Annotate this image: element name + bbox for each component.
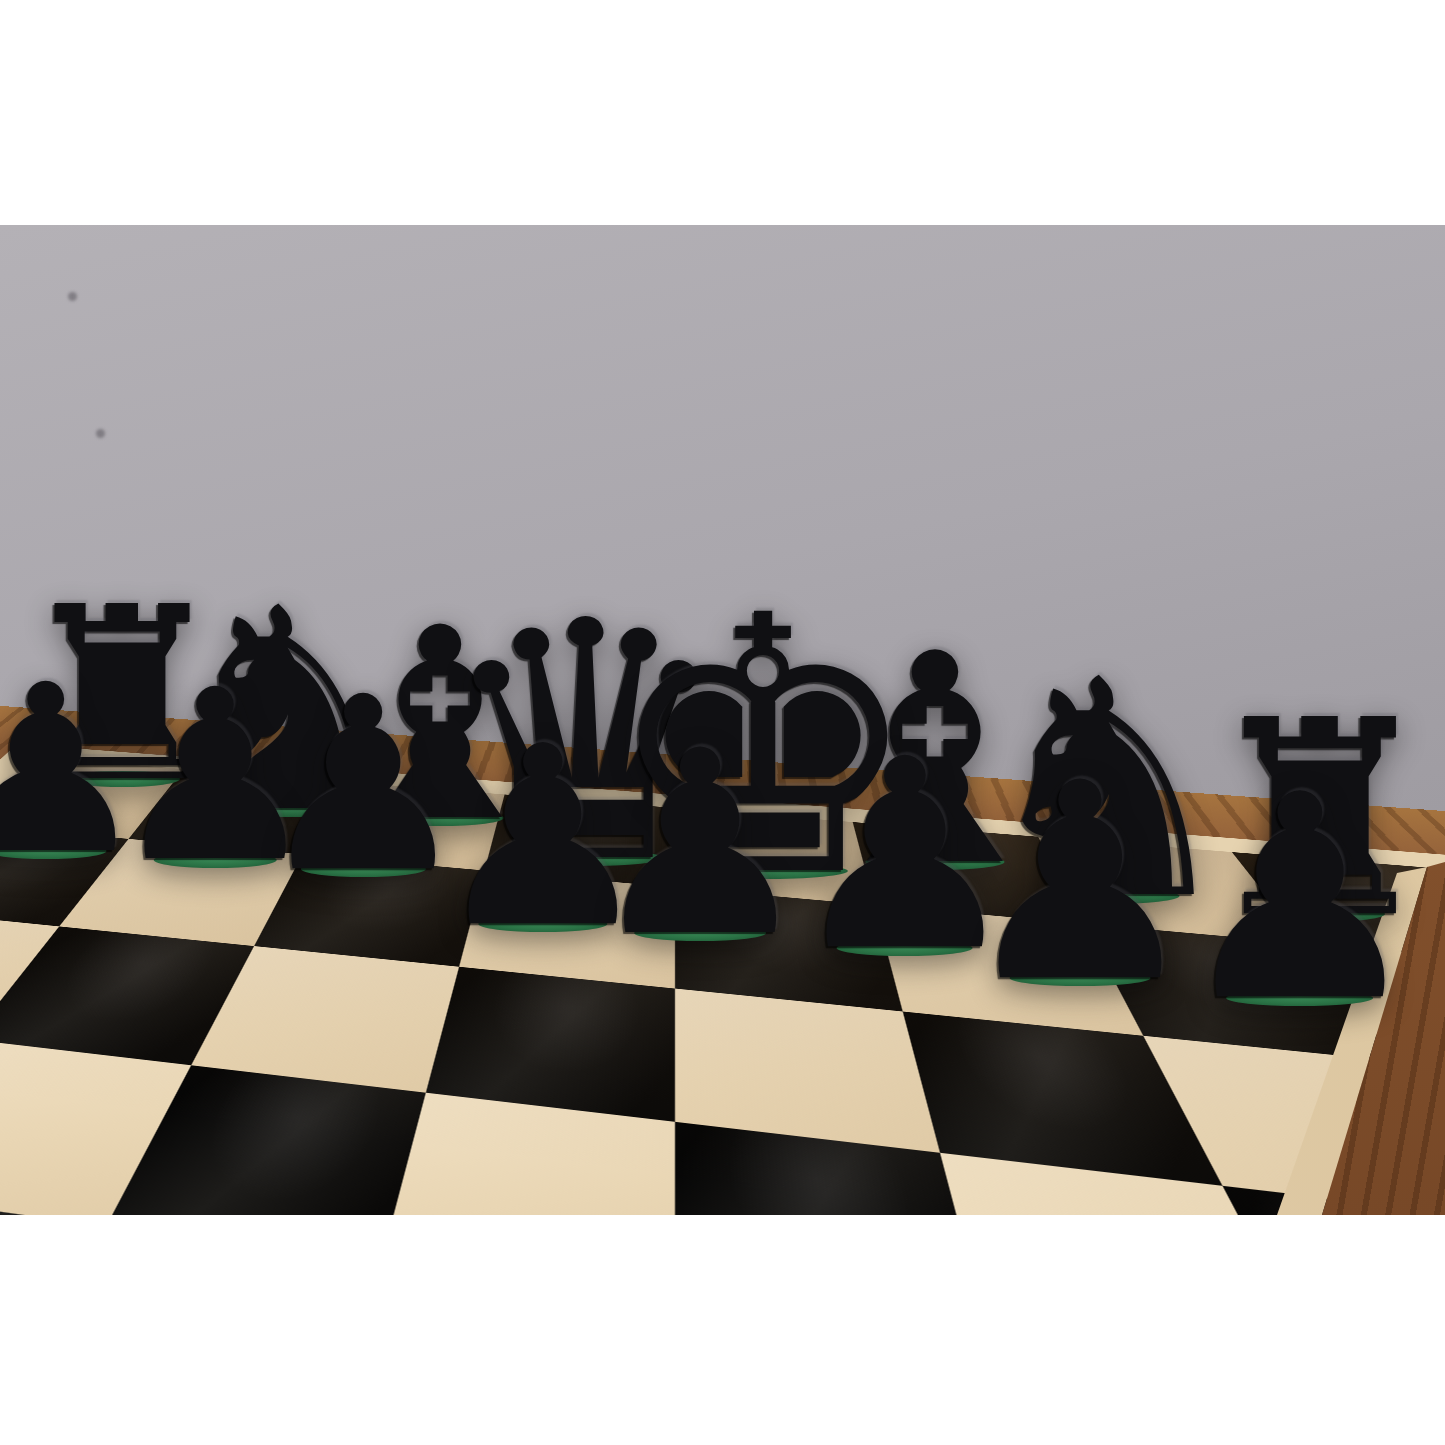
pawn-glyph: ♟: [958, 725, 1202, 1041]
chess-set-product-photo-page: ♜♞♝♛♚♝♞♜♟♟♟♟♟♟♟♟: [0, 0, 1445, 1445]
piece-black-pawn-e7[interactable]: ♟: [586, 717, 814, 971]
chess-set-photo: ♜♞♝♛♚♝♞♜♟♟♟♟♟♟♟♟: [0, 225, 1445, 1215]
piece-black-pawn-h7[interactable]: ♟: [1174, 758, 1427, 1040]
pawn-glyph: ♟: [1174, 734, 1427, 1063]
pawn-glyph: ♟: [586, 696, 814, 992]
piece-layer: ♜♞♝♛♚♝♞♜♟♟♟♟♟♟♟♟: [0, 225, 1445, 1215]
piece-black-pawn-g7[interactable]: ♟: [958, 747, 1202, 1019]
